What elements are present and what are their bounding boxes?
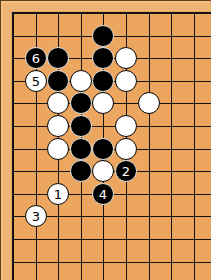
board-edge-top	[0, 0, 211, 1]
board-edge-bevel-top	[0, 1, 211, 3]
go-diagram: 652143	[0, 0, 211, 280]
stone-number: 5	[32, 74, 40, 87]
black-stone-move-6: 6	[25, 47, 47, 69]
black-stone	[70, 115, 92, 137]
white-stone	[70, 70, 92, 92]
white-stone	[47, 115, 69, 137]
go-board: 652143	[0, 0, 211, 280]
white-stone-move-5: 5	[25, 70, 47, 92]
black-stone	[92, 25, 114, 47]
white-stone	[138, 92, 160, 114]
white-stone-move-3: 3	[25, 205, 47, 227]
white-stone	[115, 70, 137, 92]
black-stone	[47, 70, 69, 92]
black-stone	[92, 47, 114, 69]
black-stone-move-4: 4	[92, 183, 114, 205]
board-edge-bevel-left	[1, 0, 3, 280]
grid-line-horizontal	[12, 12, 211, 14]
board-edge-left	[0, 0, 1, 280]
black-stone	[92, 138, 114, 160]
stone-number: 2	[122, 164, 130, 177]
grid-line-horizontal	[12, 239, 211, 240]
black-stone	[92, 70, 114, 92]
stone-number: 1	[54, 187, 62, 200]
white-stone	[92, 92, 114, 114]
white-stone	[115, 47, 137, 69]
white-stone-move-1: 1	[47, 183, 69, 205]
white-stone	[47, 92, 69, 114]
black-stone	[70, 92, 92, 114]
white-stone	[115, 115, 137, 137]
grid-line-horizontal	[12, 126, 211, 127]
stone-number: 6	[32, 51, 40, 64]
black-stone	[47, 47, 69, 69]
white-stone	[47, 138, 69, 160]
black-stone-move-2: 2	[115, 160, 137, 182]
black-stone	[70, 160, 92, 182]
black-stone	[70, 138, 92, 160]
grid-line-horizontal	[12, 262, 211, 263]
white-stone	[92, 160, 114, 182]
stone-number: 3	[32, 209, 40, 222]
white-stone	[115, 138, 137, 160]
stone-number: 4	[99, 187, 107, 200]
